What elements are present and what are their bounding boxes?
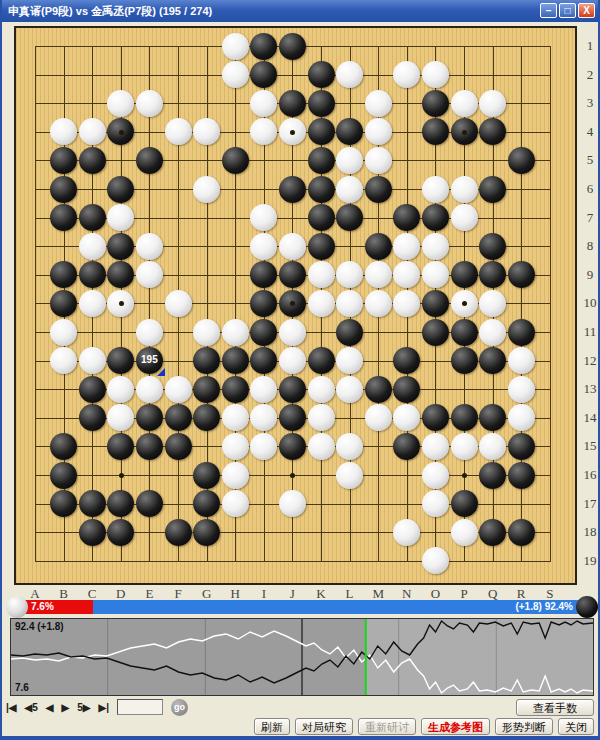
stone-black <box>107 233 134 260</box>
stone-black <box>365 376 392 403</box>
stone-white <box>422 61 449 88</box>
nav-back-5[interactable]: ◀5 <box>25 702 38 713</box>
star-point <box>119 473 124 478</box>
row-label: 4 <box>579 124 600 140</box>
black-winrate-text: (+1.8) 92.4% <box>93 600 587 614</box>
stone-black <box>222 376 249 403</box>
stone-black <box>508 147 535 174</box>
row-label: 2 <box>579 67 600 83</box>
nav-forward-5[interactable]: 5▶ <box>77 702 90 713</box>
stone-white <box>508 347 535 374</box>
stone-black <box>451 490 478 517</box>
stone-black <box>279 261 306 288</box>
stone-white <box>479 433 506 460</box>
stone-white <box>422 490 449 517</box>
generate-reference-button[interactable]: 生成参考图 <box>421 718 490 735</box>
stone-white <box>136 319 163 346</box>
stone-black <box>479 347 506 374</box>
stone-black <box>479 233 506 260</box>
stone-white <box>222 433 249 460</box>
stone-white <box>79 233 106 260</box>
stone-black <box>279 90 306 117</box>
stone-black <box>479 462 506 489</box>
stone-white <box>365 261 392 288</box>
stone-black <box>451 347 478 374</box>
row-label: 18 <box>579 524 600 540</box>
stone-white <box>451 176 478 203</box>
stone-black <box>422 404 449 431</box>
stone-white <box>308 376 335 403</box>
nav-last[interactable]: ▶| <box>98 702 109 713</box>
stone-white <box>250 233 277 260</box>
row-label: 1 <box>579 38 600 54</box>
window-title: 申真谞(P9段) vs 金禹丞(P7段) (195 / 274) <box>8 5 212 17</box>
stone-black <box>365 176 392 203</box>
view-moves-button[interactable]: 查看手数 <box>516 699 594 716</box>
stone-white <box>365 290 392 317</box>
stone-white <box>250 376 277 403</box>
stone-black <box>308 61 335 88</box>
stone-black <box>107 519 134 546</box>
stone-white <box>422 233 449 260</box>
stone-black <box>193 376 220 403</box>
stone-black <box>165 404 192 431</box>
stone-white <box>508 404 535 431</box>
stone-white <box>479 290 506 317</box>
stone-white <box>107 376 134 403</box>
graph-top-label: 92.4 (+1.8) <box>15 621 64 632</box>
stone-white <box>451 204 478 231</box>
stone-black <box>50 490 77 517</box>
stone-black <box>508 433 535 460</box>
stone-white <box>308 290 335 317</box>
stone-white <box>79 290 106 317</box>
stone-black <box>422 319 449 346</box>
star-point <box>462 130 467 135</box>
row-label: 15 <box>579 438 600 454</box>
stone-white <box>365 118 392 145</box>
position-judge-button[interactable]: 形势判断 <box>495 718 553 735</box>
stone-black <box>279 176 306 203</box>
stone-black <box>308 176 335 203</box>
stone-black <box>50 176 77 203</box>
stone-white <box>308 433 335 460</box>
stone-black <box>422 290 449 317</box>
stone-black <box>365 233 392 260</box>
stone-white <box>451 90 478 117</box>
rediscuss-button[interactable]: 重新研讨 <box>358 718 416 735</box>
stone-black <box>50 147 77 174</box>
stone-white <box>165 376 192 403</box>
stone-black <box>393 433 420 460</box>
stone-black <box>107 433 134 460</box>
stone-white <box>50 319 77 346</box>
close-button[interactable]: X <box>578 3 595 18</box>
stone-black <box>50 290 77 317</box>
stone-black <box>136 404 163 431</box>
stone-black <box>508 261 535 288</box>
stone-white <box>165 290 192 317</box>
stone-white <box>165 118 192 145</box>
stone-white <box>193 176 220 203</box>
refresh-button[interactable]: 刷新 <box>254 718 290 735</box>
stone-black: 195 <box>136 347 163 374</box>
stone-black <box>193 519 220 546</box>
stone-white <box>222 319 249 346</box>
go-button[interactable]: go <box>171 699 188 716</box>
title-bar: 申真谞(P9段) vs 金禹丞(P7段) (195 / 274) – □ X <box>2 0 598 22</box>
stone-black <box>393 376 420 403</box>
stone-black <box>79 204 106 231</box>
stone-white <box>308 261 335 288</box>
winrate-graph[interactable]: 92.4 (+1.8) 7.6 <box>10 618 594 696</box>
stone-white <box>336 347 363 374</box>
row-label: 16 <box>579 467 600 483</box>
stone-black <box>165 519 192 546</box>
row-label: 8 <box>579 238 600 254</box>
stone-white <box>136 261 163 288</box>
stone-black <box>250 319 277 346</box>
row-label: 13 <box>579 381 600 397</box>
stone-black <box>336 204 363 231</box>
row-label: 12 <box>579 353 600 369</box>
stone-black <box>50 462 77 489</box>
stone-white <box>365 90 392 117</box>
nav-back[interactable]: ◀ <box>46 702 54 713</box>
stone-black <box>193 490 220 517</box>
stone-white <box>422 433 449 460</box>
stone-white <box>107 90 134 117</box>
stone-black <box>50 433 77 460</box>
stone-white <box>193 319 220 346</box>
stone-white <box>336 462 363 489</box>
stone-white <box>336 147 363 174</box>
stone-white <box>365 147 392 174</box>
star-point <box>119 130 124 135</box>
stone-white <box>136 90 163 117</box>
stone-black <box>508 319 535 346</box>
stone-white <box>79 347 106 374</box>
minimize-button[interactable]: – <box>540 3 557 18</box>
stone-black <box>279 433 306 460</box>
stone-black <box>508 519 535 546</box>
winrate-bar: 7.6% (+1.8) 92.4% <box>6 600 598 614</box>
row-label: 6 <box>579 181 600 197</box>
row-label: 19 <box>579 553 600 569</box>
stone-white <box>308 404 335 431</box>
stone-black <box>308 233 335 260</box>
white-stone-icon <box>6 596 28 618</box>
stone-black <box>451 404 478 431</box>
stone-white <box>393 519 420 546</box>
stone-white <box>365 404 392 431</box>
window-bottom-border <box>2 736 598 740</box>
star-point <box>462 473 467 478</box>
stone-black <box>193 347 220 374</box>
stone-white <box>451 433 478 460</box>
stone-black <box>136 147 163 174</box>
stone-white <box>136 233 163 260</box>
stone-black <box>79 519 106 546</box>
stone-black <box>136 433 163 460</box>
stone-white <box>336 176 363 203</box>
stone-black <box>479 176 506 203</box>
stone-white <box>279 233 306 260</box>
stone-black <box>250 290 277 317</box>
stone-black <box>308 347 335 374</box>
stone-black <box>79 376 106 403</box>
stone-white <box>422 462 449 489</box>
stone-white <box>336 61 363 88</box>
game-study-button[interactable]: 对局研究 <box>295 718 353 735</box>
stone-white <box>50 347 77 374</box>
stone-black <box>308 118 335 145</box>
stone-white <box>222 61 249 88</box>
row-label: 5 <box>579 152 600 168</box>
stone-black <box>136 490 163 517</box>
maximize-button[interactable]: □ <box>559 3 576 18</box>
move-number-label: 195 <box>136 354 163 365</box>
row-label: 17 <box>579 496 600 512</box>
stone-white <box>336 433 363 460</box>
stone-black <box>222 147 249 174</box>
stone-white <box>79 118 106 145</box>
nav-first[interactable]: |◀ <box>6 702 17 713</box>
stone-black <box>336 319 363 346</box>
stone-white <box>508 376 535 403</box>
stone-black <box>308 147 335 174</box>
graph-bottom-label: 7.6 <box>15 682 29 693</box>
stone-white <box>336 290 363 317</box>
stone-black <box>279 376 306 403</box>
stone-white <box>451 519 478 546</box>
black-stone-icon <box>576 596 598 618</box>
stone-black <box>422 90 449 117</box>
stone-black <box>250 33 277 60</box>
stone-black <box>79 261 106 288</box>
current-move-marker <box>157 368 165 376</box>
stone-white <box>279 490 306 517</box>
stone-white <box>222 33 249 60</box>
stone-white <box>479 90 506 117</box>
stone-black <box>308 90 335 117</box>
stone-white <box>279 347 306 374</box>
white-winrate-text: 7.6% <box>17 600 93 614</box>
stone-white <box>422 547 449 574</box>
close-window-button[interactable]: 关闭 <box>558 718 594 735</box>
stone-black <box>222 347 249 374</box>
stone-black <box>422 118 449 145</box>
nav-forward[interactable]: ▶ <box>61 702 69 713</box>
stone-black <box>308 204 335 231</box>
stone-white <box>222 490 249 517</box>
stone-black <box>50 204 77 231</box>
stone-white <box>422 176 449 203</box>
stone-white <box>136 376 163 403</box>
move-number-input[interactable] <box>117 699 163 715</box>
stone-black <box>165 433 192 460</box>
stone-white <box>393 290 420 317</box>
row-label: 9 <box>579 267 600 283</box>
stone-white <box>222 462 249 489</box>
stone-black <box>193 462 220 489</box>
stone-black <box>79 147 106 174</box>
row-label: 7 <box>579 210 600 226</box>
stone-black <box>508 462 535 489</box>
stone-black <box>479 519 506 546</box>
stone-black <box>79 490 106 517</box>
stone-black <box>451 261 478 288</box>
stone-white <box>222 404 249 431</box>
stone-white <box>479 319 506 346</box>
row-label: 10 <box>579 295 600 311</box>
stone-white <box>250 433 277 460</box>
stone-white <box>393 233 420 260</box>
stone-black <box>451 319 478 346</box>
row-label: 11 <box>579 324 600 340</box>
stone-white <box>250 90 277 117</box>
stone-black <box>279 404 306 431</box>
stone-black <box>79 404 106 431</box>
stone-white <box>279 319 306 346</box>
stone-white <box>422 261 449 288</box>
stone-black <box>279 33 306 60</box>
go-board[interactable]: 195 <box>14 26 577 585</box>
row-label: 14 <box>579 410 600 426</box>
row-label: 3 <box>579 95 600 111</box>
stone-white <box>336 376 363 403</box>
stone-black <box>422 204 449 231</box>
stone-black <box>107 176 134 203</box>
